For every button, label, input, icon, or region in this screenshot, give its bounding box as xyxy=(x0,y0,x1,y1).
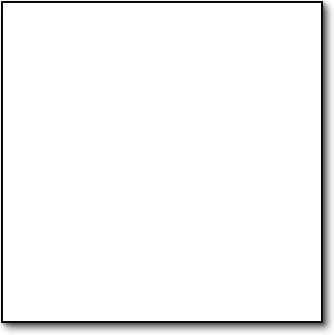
chess-board-card xyxy=(1,1,323,323)
chess-board xyxy=(6,6,318,318)
page-background xyxy=(0,0,334,335)
